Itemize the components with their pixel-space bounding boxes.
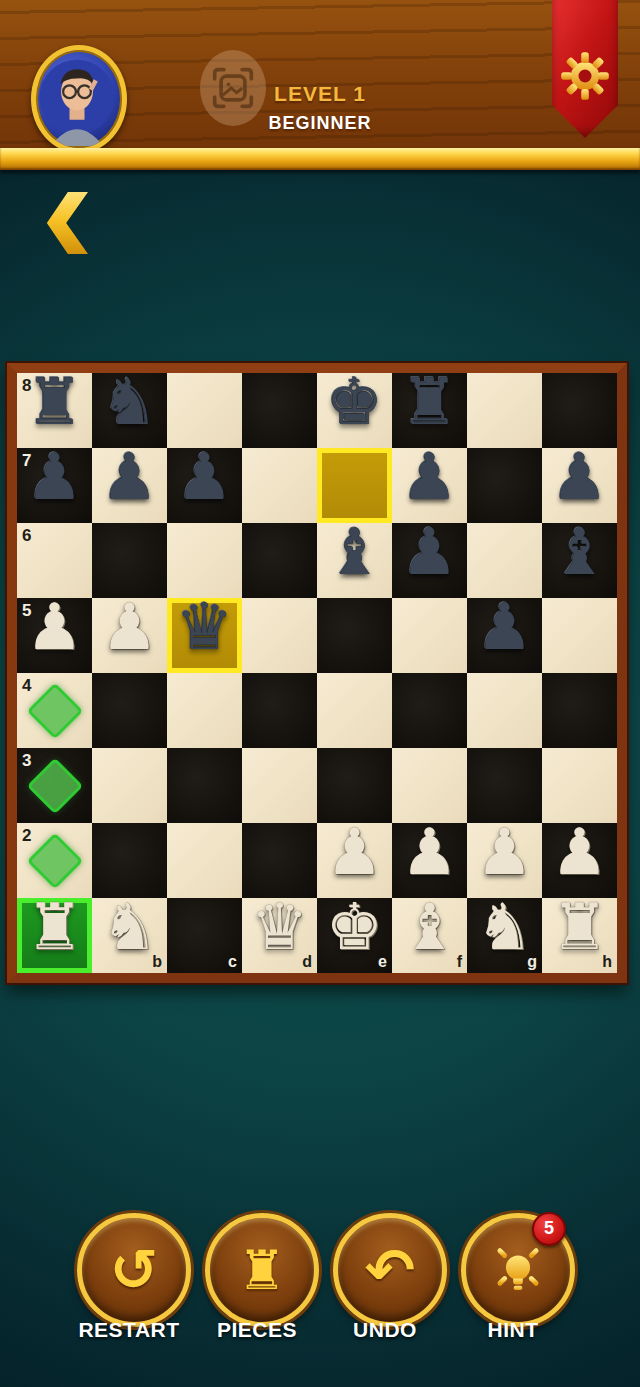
square-h6[interactable]: ♝ [542,523,617,598]
rook-icon: ♜ [238,1239,286,1302]
rank-label-5: 5 [22,601,31,621]
hint-count-badge: 5 [532,1212,566,1246]
file-label-e: e [378,953,387,971]
square-f8[interactable]: ♜ [392,373,467,448]
header-gold-strip [0,148,640,170]
move-hint-diamond[interactable] [26,832,83,889]
piece-black-bishop[interactable]: ♝ [542,516,617,591]
square-g3[interactable] [467,748,542,823]
square-c5[interactable]: ♛ [167,598,242,673]
square-b2[interactable] [92,823,167,898]
square-e2[interactable]: ♟ [317,823,392,898]
square-a7[interactable]: 7♟ [17,448,92,523]
rank-label-3: 3 [22,751,31,771]
header: LEVEL 1 BEGINNER [0,0,640,170]
square-c8[interactable] [167,373,242,448]
piece-black-knight[interactable]: ♞ [92,366,167,441]
piece-black-pawn[interactable]: ♟ [92,441,167,516]
piece-black-pawn[interactable]: ♟ [392,516,467,591]
hint-button[interactable]: 5 [461,1213,575,1327]
square-b1[interactable]: b♞ [92,898,167,973]
file-label-c: c [228,953,237,971]
hint-label: HINT [438,1318,588,1342]
square-e6[interactable]: ♝ [317,523,392,598]
piece-black-bishop[interactable]: ♝ [317,516,392,591]
square-d4[interactable] [242,673,317,748]
pieces-button[interactable]: ♜ [205,1213,319,1327]
restart-arrow-icon: ↺ [110,1236,159,1304]
square-a5[interactable]: 5♟ [17,598,92,673]
square-g4[interactable] [467,673,542,748]
piece-black-king[interactable]: ♚ [317,366,392,441]
gear-icon [559,50,611,102]
square-f3[interactable] [392,748,467,823]
square-d1[interactable]: d♛ [242,898,317,973]
lightbulb-icon [489,1241,547,1299]
square-f7[interactable]: ♟ [392,448,467,523]
square-c4[interactable] [167,673,242,748]
square-b3[interactable] [92,748,167,823]
piece-white-pawn[interactable]: ♟ [467,816,542,891]
square-a8[interactable]: 8♜ [17,373,92,448]
file-label-h: h [602,953,612,971]
restart-button[interactable]: ↺ [77,1213,191,1327]
square-c6[interactable] [167,523,242,598]
square-e4[interactable] [317,673,392,748]
square-b6[interactable] [92,523,167,598]
undo-arrow-icon: ↶ [365,1235,415,1305]
square-h5[interactable] [542,598,617,673]
piece-white-rook[interactable]: ♜ [17,891,92,966]
square-h3[interactable] [542,748,617,823]
rank-label-4: 4 [22,676,31,696]
rank-label-2: 2 [22,826,31,846]
square-c2[interactable] [167,823,242,898]
difficulty-label: BEGINNER [0,113,640,134]
square-b7[interactable]: ♟ [92,448,167,523]
square-g6[interactable] [467,523,542,598]
square-h8[interactable] [542,373,617,448]
square-e3[interactable] [317,748,392,823]
square-a4[interactable]: 4 [17,673,92,748]
piece-black-pawn[interactable]: ♟ [392,441,467,516]
square-d3[interactable] [242,748,317,823]
file-label-g: g [527,953,537,971]
square-e1[interactable]: e♚ [317,898,392,973]
undo-button[interactable]: ↶ [333,1213,447,1327]
file-label-d: d [302,953,312,971]
square-f1[interactable]: f♝ [392,898,467,973]
piece-white-pawn[interactable]: ♟ [92,591,167,666]
square-e8[interactable]: ♚ [317,373,392,448]
square-h2[interactable]: ♟ [542,823,617,898]
square-d6[interactable] [242,523,317,598]
square-a1[interactable]: ♜ [17,898,92,973]
level-label: LEVEL 1 [0,82,640,106]
rank-label-6: 6 [22,526,31,546]
square-a2[interactable]: 2 [17,823,92,898]
square-d2[interactable] [242,823,317,898]
square-g1[interactable]: g♞ [467,898,542,973]
app-screen: LEVEL 1 BEGINNER [0,0,640,1387]
square-b4[interactable] [92,673,167,748]
piece-black-queen[interactable]: ♛ [167,591,242,666]
piece-black-pawn[interactable]: ♟ [167,441,242,516]
move-hint-diamond[interactable] [26,682,83,739]
square-h7[interactable]: ♟ [542,448,617,523]
piece-white-pawn[interactable]: ♟ [542,816,617,891]
square-c7[interactable]: ♟ [167,448,242,523]
square-g5[interactable]: ♟ [467,598,542,673]
square-b8[interactable]: ♞ [92,373,167,448]
square-h4[interactable] [542,673,617,748]
square-b5[interactable]: ♟ [92,598,167,673]
square-g8[interactable] [467,373,542,448]
square-a6[interactable]: 6 [17,523,92,598]
square-a3[interactable]: 3 [17,748,92,823]
square-f2[interactable]: ♟ [392,823,467,898]
square-d5[interactable] [242,598,317,673]
rank-label-7: 7 [22,451,31,471]
square-f5[interactable] [392,598,467,673]
square-d7[interactable] [242,448,317,523]
file-label-b: b [152,953,162,971]
rank-label-8: 8 [22,376,31,396]
square-f4[interactable] [392,673,467,748]
file-label-f: f [457,953,462,971]
square-c1[interactable]: c [167,898,242,973]
piece-black-pawn[interactable]: ♟ [467,591,542,666]
chess-board: 8♜♞♚♜7♟♟♟♟♟6♝♟♝5♟♟♛♟432♟♟♟♟♜b♞cd♛e♚f♝g♞h… [7,363,627,983]
piece-black-pawn[interactable]: ♟ [542,441,617,516]
back-button[interactable] [46,192,88,254]
move-hint-diamond[interactable] [26,757,83,814]
square-f6[interactable]: ♟ [392,523,467,598]
square-e7[interactable] [317,448,392,523]
square-c3[interactable] [167,748,242,823]
square-g7[interactable] [467,448,542,523]
board-grid: 8♜♞♚♜7♟♟♟♟♟6♝♟♝5♟♟♛♟432♟♟♟♟♜b♞cd♛e♚f♝g♞h… [17,373,617,973]
square-h1[interactable]: h♜ [542,898,617,973]
piece-white-pawn[interactable]: ♟ [392,816,467,891]
piece-white-pawn[interactable]: ♟ [317,816,392,891]
square-g2[interactable]: ♟ [467,823,542,898]
square-e5[interactable] [317,598,392,673]
piece-black-rook[interactable]: ♜ [392,366,467,441]
square-d8[interactable] [242,373,317,448]
